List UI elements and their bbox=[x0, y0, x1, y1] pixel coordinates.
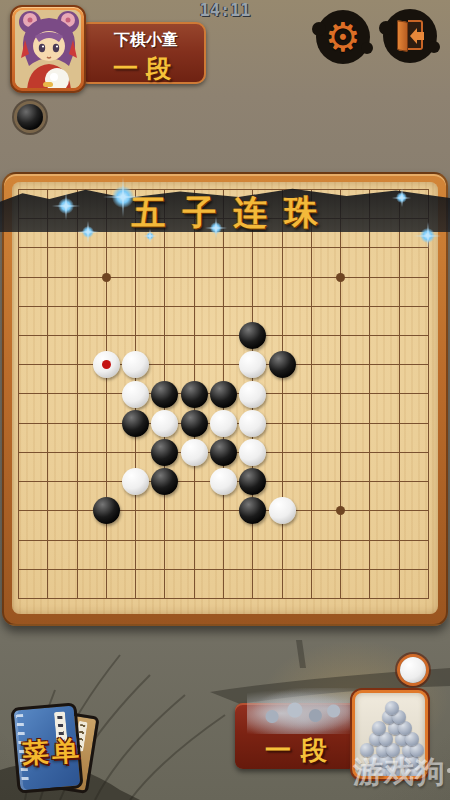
player-name: 下棋小童 bbox=[90, 30, 202, 51]
black-stone bbox=[181, 381, 208, 408]
white-stone bbox=[210, 410, 237, 437]
white-stone bbox=[239, 351, 266, 378]
black-stone bbox=[151, 468, 178, 495]
gear-icon: ⚙ bbox=[316, 10, 370, 64]
stone-smoke-cloud bbox=[247, 688, 361, 734]
black-stone bbox=[151, 381, 178, 408]
door-exit-icon bbox=[397, 20, 425, 52]
exit-button[interactable] bbox=[383, 9, 437, 63]
last-move-marker bbox=[102, 360, 111, 369]
white-stone bbox=[239, 410, 266, 437]
black-stone bbox=[239, 322, 266, 349]
game-screen: 14:11 bbox=[0, 0, 450, 800]
black-stone bbox=[122, 410, 149, 437]
white-stone bbox=[239, 439, 266, 466]
white-stone bbox=[269, 497, 296, 524]
white-stone bbox=[93, 351, 120, 378]
player-rank: 一段 bbox=[90, 52, 202, 85]
tray-stone bbox=[385, 701, 399, 715]
sparkle-icon bbox=[112, 186, 134, 208]
sparkle-icon bbox=[420, 228, 435, 243]
white-stone bbox=[122, 351, 149, 378]
white-stone bbox=[239, 381, 266, 408]
sparkle-icon bbox=[396, 192, 407, 203]
white-stone bbox=[181, 439, 208, 466]
black-stone bbox=[210, 439, 237, 466]
player-info-plate: 下棋小童 一段 bbox=[78, 22, 206, 84]
avatar-image bbox=[15, 10, 81, 88]
menu-button[interactable]: 菜单 bbox=[8, 702, 96, 794]
sparkle-icon bbox=[82, 226, 94, 238]
board-frame bbox=[2, 172, 448, 626]
tray-stone bbox=[372, 721, 386, 735]
black-stone bbox=[239, 468, 266, 495]
watermark: 游戏狗 bbox=[353, 752, 450, 793]
stones-layer bbox=[18, 189, 429, 599]
sparkle-icon bbox=[146, 232, 154, 240]
black-stone bbox=[269, 351, 296, 378]
board-surface bbox=[12, 182, 438, 614]
white-stone bbox=[122, 381, 149, 408]
black-stone bbox=[239, 497, 266, 524]
settings-button[interactable]: ⚙ bbox=[316, 10, 370, 64]
player-stone-indicator-black bbox=[17, 104, 43, 130]
player-avatar[interactable] bbox=[10, 5, 86, 93]
black-stone bbox=[181, 410, 208, 437]
watermark-text: 游戏狗 bbox=[353, 755, 446, 788]
paw-icon bbox=[446, 766, 450, 784]
black-stone bbox=[210, 381, 237, 408]
opponent-stone-indicator-white bbox=[400, 657, 426, 683]
black-stone bbox=[93, 497, 120, 524]
menu-button-label: 菜单 bbox=[7, 732, 97, 773]
sparkle-icon bbox=[210, 222, 222, 234]
black-stone bbox=[151, 439, 178, 466]
opponent-rank: 一段 bbox=[235, 733, 357, 768]
sparkle-icon bbox=[58, 198, 74, 214]
white-stone bbox=[122, 468, 149, 495]
white-stone bbox=[210, 468, 237, 495]
white-stone bbox=[151, 410, 178, 437]
